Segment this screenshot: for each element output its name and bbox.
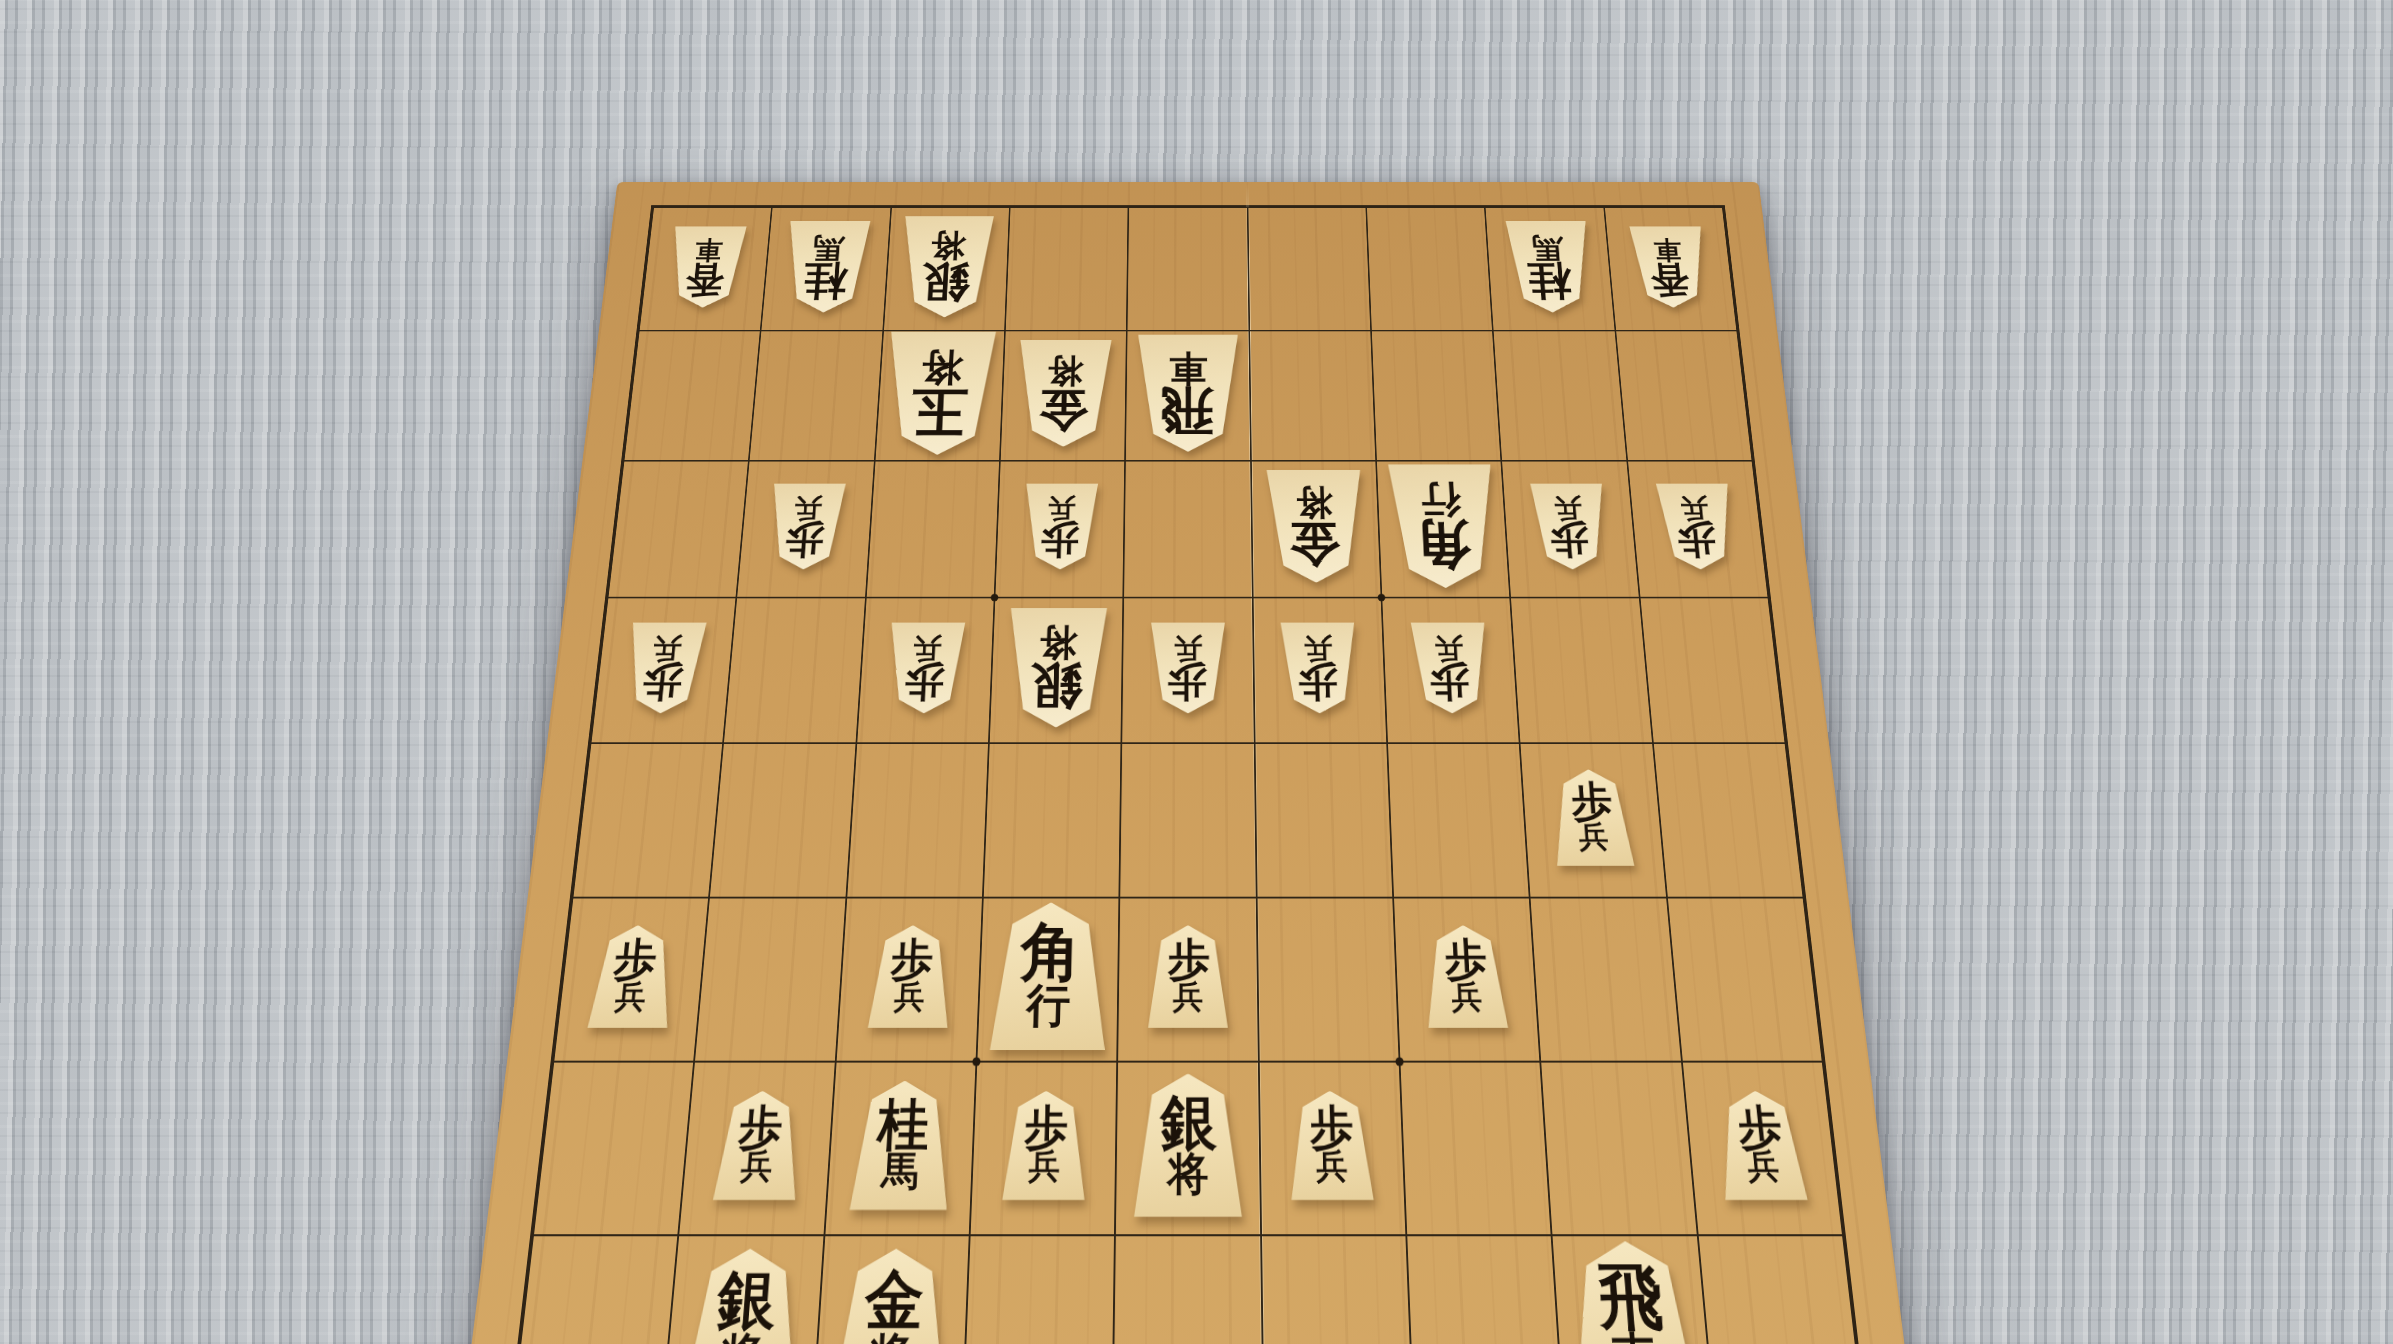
- piece-wrapper: 銀将: [679, 1249, 808, 1344]
- piece-kanji-top: 歩: [1024, 1106, 1067, 1150]
- piece-kanji-top: 金: [1039, 387, 1088, 431]
- piece-kanji-bottom: 兵: [1434, 636, 1464, 661]
- piece-kanji-bottom: 将: [921, 350, 963, 384]
- piece-kanji-bottom: 行: [1026, 985, 1071, 1027]
- piece-kanji-top: 香: [1651, 262, 1691, 295]
- square-8f[interactable]: [694, 897, 846, 1061]
- piece-wrapper: 歩兵: [884, 623, 968, 714]
- square-2h[interactable]: 飛車: [1552, 1236, 1714, 1344]
- piece-kanji-top: 歩: [1736, 1106, 1782, 1150]
- piece-wrapper: 桂馬: [780, 221, 873, 312]
- square-5g[interactable]: 銀将: [1115, 1061, 1261, 1235]
- square-2d[interactable]: [1510, 598, 1652, 743]
- piece-pawn-sente[interactable]: 歩兵: [585, 925, 680, 1028]
- piece-silver-gote[interactable]: 銀将: [1003, 608, 1110, 728]
- shogi-grid: 香車桂馬銀将桂馬香車玉将金将飛車歩兵歩兵金将角行歩兵歩兵歩兵歩兵銀将歩兵歩兵歩兵…: [485, 205, 1892, 1344]
- piece-kanji-bottom: 車: [693, 239, 723, 262]
- piece-kanji-top: 飛: [1162, 387, 1215, 435]
- piece-kanji-top: 銀: [1161, 1093, 1216, 1151]
- square-9a[interactable]: 香車: [639, 207, 772, 330]
- piece-kanji-top: 歩: [1678, 522, 1719, 557]
- piece-wrapper: 金将: [1264, 470, 1368, 583]
- square-2a[interactable]: 桂馬: [1485, 207, 1615, 330]
- piece-knight-gote[interactable]: 桂馬: [780, 221, 873, 312]
- square-1f[interactable]: [1667, 897, 1823, 1061]
- piece-pawn-sente[interactable]: 歩兵: [1421, 925, 1510, 1028]
- piece-pawn-gote[interactable]: 歩兵: [1021, 484, 1100, 570]
- square-3h[interactable]: [1406, 1236, 1564, 1344]
- piece-kanji-bottom: 行: [1420, 483, 1461, 517]
- piece-wrapper: 香車: [1627, 226, 1712, 307]
- square-6h[interactable]: [962, 1236, 1115, 1344]
- piece-wrapper: 金将: [1013, 340, 1114, 447]
- square-7e[interactable]: [846, 743, 989, 897]
- piece-wrapper: 歩兵: [620, 623, 709, 714]
- piece-kanji-top: 歩: [612, 939, 656, 981]
- piece-kanji-bottom: 兵: [1746, 1152, 1781, 1183]
- square-8d[interactable]: [723, 598, 865, 743]
- piece-kanji-bottom: 兵: [1028, 1152, 1060, 1183]
- square-8e[interactable]: [709, 743, 856, 897]
- square-4e[interactable]: [1254, 743, 1393, 897]
- piece-bishop-gote[interactable]: 角行: [1384, 464, 1501, 588]
- piece-kanji-bottom: 将: [931, 231, 967, 259]
- square-5a[interactable]: [1127, 207, 1249, 330]
- piece-kanji-top: 銀: [922, 261, 970, 303]
- piece-kanji-bottom: 将: [1167, 1154, 1208, 1194]
- piece-bishop-sente[interactable]: 角行: [986, 902, 1110, 1050]
- piece-wrapper: 角行: [1384, 464, 1501, 588]
- piece-wrapper: 桂馬: [1503, 221, 1596, 312]
- piece-pawn-gote[interactable]: 歩兵: [620, 623, 709, 714]
- square-8g[interactable]: 歩兵: [679, 1061, 836, 1235]
- piece-gold-gote[interactable]: 金将: [1013, 340, 1114, 447]
- square-6g[interactable]: 歩兵: [970, 1061, 1118, 1235]
- piece-pawn-gote[interactable]: 歩兵: [1148, 623, 1228, 714]
- square-4b[interactable]: [1249, 330, 1376, 460]
- square-1d[interactable]: [1639, 598, 1785, 743]
- square-4g[interactable]: 歩兵: [1259, 1061, 1407, 1235]
- piece-wrapper: 飛車: [1134, 334, 1243, 451]
- square-4a[interactable]: [1247, 207, 1371, 330]
- piece-kanji-bottom: 将: [868, 1334, 913, 1344]
- square-8c[interactable]: 歩兵: [737, 460, 875, 597]
- square-1e[interactable]: [1653, 743, 1804, 897]
- piece-kanji-top: 桂: [1528, 262, 1573, 300]
- piece-kanji-top: 歩: [1444, 939, 1486, 981]
- piece-wrapper: 金将: [829, 1249, 954, 1344]
- piece-pawn-sente[interactable]: 歩兵: [710, 1091, 805, 1200]
- piece-kanji-bottom: 兵: [1578, 824, 1610, 851]
- piece-kanji-top: 歩: [1551, 522, 1591, 557]
- square-2f[interactable]: [1530, 897, 1682, 1061]
- square-2g[interactable]: [1541, 1061, 1698, 1235]
- piece-wrapper: 歩兵: [1148, 623, 1228, 714]
- piece-wrapper: 歩兵: [1146, 925, 1231, 1028]
- piece-kanji-bottom: 将: [1047, 356, 1083, 385]
- piece-knight-gote[interactable]: 桂馬: [1503, 221, 1596, 312]
- piece-kanji-top: 歩: [1310, 1106, 1353, 1150]
- piece-pawn-gote[interactable]: 歩兵: [1528, 484, 1612, 570]
- square-7c[interactable]: [866, 460, 1000, 597]
- square-9c[interactable]: [608, 460, 749, 597]
- square-5b[interactable]: 飛車: [1125, 330, 1250, 460]
- piece-kanji-bottom: 車: [1653, 239, 1683, 262]
- piece-kanji-top: 歩: [1430, 663, 1470, 701]
- piece-pawn-gote[interactable]: 歩兵: [764, 484, 848, 570]
- piece-kanji-top: 飛: [1596, 1264, 1663, 1332]
- piece-kanji-bottom: 兵: [1451, 983, 1483, 1012]
- square-8b[interactable]: [749, 330, 883, 460]
- piece-wrapper: 銀将: [1131, 1074, 1246, 1217]
- piece-kanji-bottom: 兵: [793, 497, 822, 521]
- piece-wrapper: 飛車: [1562, 1241, 1704, 1344]
- piece-wrapper: 玉将: [880, 331, 999, 454]
- piece-kanji-bottom: 兵: [1173, 983, 1203, 1012]
- piece-lance-gote[interactable]: 香車: [664, 226, 749, 307]
- square-7d[interactable]: 歩兵: [856, 598, 994, 743]
- piece-pawn-sente[interactable]: 歩兵: [1287, 1091, 1377, 1200]
- piece-wrapper: 歩兵: [1528, 484, 1612, 570]
- square-6c[interactable]: 歩兵: [995, 460, 1126, 597]
- piece-kanji-top: 歩: [1300, 663, 1339, 701]
- square-7g[interactable]: 桂馬: [824, 1061, 976, 1235]
- square-4f[interactable]: [1256, 897, 1399, 1061]
- piece-kanji-bottom: 馬: [1531, 235, 1564, 260]
- piece-kanji-bottom: 馬: [812, 235, 845, 260]
- piece-gold-gote[interactable]: 金将: [1264, 470, 1368, 583]
- piece-wrapper: 歩兵: [764, 484, 848, 570]
- piece-kanji-top: 香: [685, 262, 725, 295]
- piece-wrapper: 歩兵: [1548, 769, 1637, 866]
- piece-kanji-bottom: 兵: [912, 636, 942, 661]
- piece-kanji-bottom: 馬: [881, 1153, 920, 1189]
- piece-rook-sente[interactable]: 飛車: [1562, 1241, 1704, 1344]
- piece-kanji-top: 歩: [890, 939, 932, 981]
- piece-kanji-bottom: 兵: [1680, 497, 1710, 521]
- square-9e[interactable]: [573, 743, 724, 897]
- piece-kanji-top: 歩: [786, 522, 826, 557]
- square-1g[interactable]: 歩兵: [1682, 1061, 1843, 1235]
- square-9f[interactable]: 歩兵: [553, 897, 709, 1061]
- square-1a[interactable]: 香車: [1604, 207, 1737, 330]
- square-8a[interactable]: 桂馬: [761, 207, 891, 330]
- piece-wrapper: 歩兵: [710, 1091, 805, 1200]
- square-6a[interactable]: [1005, 207, 1129, 330]
- square-3d[interactable]: 歩兵: [1381, 598, 1519, 743]
- square-8h[interactable]: 銀将: [662, 1236, 824, 1344]
- piece-wrapper: 歩兵: [1278, 623, 1360, 714]
- hoshi-dot: [1395, 1057, 1404, 1066]
- square-1b[interactable]: [1615, 330, 1752, 460]
- hoshi-dot: [1378, 594, 1386, 601]
- square-7a[interactable]: 銀将: [883, 207, 1010, 330]
- piece-wrapper: 歩兵: [585, 925, 680, 1028]
- piece-wrapper: 歩兵: [1287, 1091, 1377, 1200]
- piece-gold-sente[interactable]: 金将: [829, 1249, 954, 1344]
- square-3a[interactable]: [1366, 207, 1493, 330]
- piece-kanji-bottom: 将: [719, 1334, 765, 1344]
- piece-wrapper: 歩兵: [865, 925, 954, 1028]
- piece-wrapper: 歩兵: [1654, 484, 1740, 570]
- piece-kanji-top: 歩: [1169, 663, 1207, 701]
- square-4d[interactable]: 歩兵: [1252, 598, 1387, 743]
- piece-lance-gote[interactable]: 香車: [1627, 226, 1712, 307]
- square-6e[interactable]: [983, 743, 1122, 897]
- piece-rook-gote[interactable]: 飛車: [1134, 334, 1243, 451]
- piece-kanji-top: 歩: [906, 663, 946, 701]
- piece-wrapper: 歩兵: [1021, 484, 1100, 570]
- piece-kanji-top: 銀: [715, 1270, 776, 1332]
- tabletop-photo: { "game": "shogi", "scene": { "view": "o…: [0, 0, 2393, 1344]
- piece-pawn-sente[interactable]: 歩兵: [1000, 1091, 1090, 1200]
- piece-king-gote[interactable]: 玉将: [880, 331, 999, 454]
- piece-kanji-bottom: 兵: [1316, 1152, 1348, 1183]
- piece-kanji-bottom: 車: [1169, 352, 1208, 384]
- piece-knight-sente[interactable]: 桂馬: [846, 1081, 955, 1210]
- square-3b[interactable]: [1371, 330, 1501, 460]
- piece-kanji-bottom: 将: [1296, 487, 1333, 518]
- piece-kanji-top: 銀: [1031, 661, 1083, 710]
- board-scene: 香車桂馬銀将桂馬香車玉将金将飛車歩兵歩兵金将角行歩兵歩兵歩兵歩兵銀将歩兵歩兵歩兵…: [438, 18, 1938, 1344]
- piece-pawn-gote[interactable]: 歩兵: [1278, 623, 1360, 714]
- piece-kanji-bottom: 兵: [893, 983, 925, 1012]
- square-6f[interactable]: 角行: [976, 897, 1119, 1061]
- piece-wrapper: 角行: [986, 902, 1110, 1050]
- piece-wrapper: 桂馬: [846, 1081, 955, 1210]
- square-1c[interactable]: 歩兵: [1627, 460, 1768, 597]
- piece-wrapper: 歩兵: [1408, 623, 1492, 714]
- piece-wrapper: 香車: [664, 226, 749, 307]
- square-5e[interactable]: [1120, 743, 1257, 897]
- square-9g[interactable]: [533, 1061, 694, 1235]
- square-7f[interactable]: 歩兵: [835, 897, 982, 1061]
- piece-pawn-sente[interactable]: 歩兵: [1548, 769, 1637, 866]
- square-2b[interactable]: [1493, 330, 1627, 460]
- piece-wrapper: 歩兵: [1712, 1091, 1810, 1200]
- piece-kanji-top: 金: [1291, 520, 1341, 566]
- square-7h[interactable]: 金将: [812, 1236, 970, 1344]
- square-5c[interactable]: [1124, 460, 1253, 597]
- piece-kanji-top: 歩: [1570, 783, 1612, 822]
- square-3e[interactable]: [1387, 743, 1530, 897]
- square-2e[interactable]: 歩兵: [1520, 743, 1667, 897]
- piece-kanji-bottom: 兵: [740, 1152, 774, 1183]
- piece-kanji-bottom: 兵: [1304, 636, 1333, 661]
- shogi-board: 香車桂馬銀将桂馬香車玉将金将飛車歩兵歩兵金将角行歩兵歩兵歩兵歩兵銀将歩兵歩兵歩兵…: [428, 182, 1948, 1344]
- piece-silver-sente[interactable]: 銀将: [1131, 1074, 1246, 1217]
- piece-wrapper: 銀将: [896, 216, 997, 317]
- piece-pawn-gote[interactable]: 歩兵: [1408, 623, 1492, 714]
- piece-kanji-top: 玉: [911, 386, 969, 437]
- square-5f[interactable]: 歩兵: [1117, 897, 1258, 1061]
- piece-kanji-bottom: 兵: [651, 636, 682, 661]
- square-3g[interactable]: [1400, 1061, 1552, 1235]
- piece-kanji-top: 角: [1415, 520, 1471, 571]
- piece-kanji-top: 歩: [642, 663, 684, 701]
- square-6b[interactable]: 金将: [1000, 330, 1127, 460]
- square-9d[interactable]: 歩兵: [591, 598, 737, 743]
- piece-wrapper: 歩兵: [1421, 925, 1510, 1028]
- square-3f[interactable]: 歩兵: [1393, 897, 1540, 1061]
- piece-kanji-top: 角: [1020, 922, 1080, 982]
- piece-pawn-sente[interactable]: 歩兵: [1146, 925, 1231, 1028]
- square-6d[interactable]: 銀将: [989, 598, 1124, 743]
- piece-kanji-bottom: 車: [1609, 1335, 1659, 1344]
- piece-kanji-bottom: 兵: [1553, 497, 1582, 521]
- piece-silver-sente[interactable]: 銀将: [679, 1249, 808, 1344]
- piece-kanji-top: 金: [864, 1270, 924, 1332]
- piece-kanji-top: 桂: [803, 262, 848, 300]
- piece-kanji-bottom: 将: [1039, 626, 1077, 659]
- square-4h[interactable]: [1261, 1236, 1414, 1344]
- piece-pawn-sente[interactable]: 歩兵: [865, 925, 954, 1028]
- piece-wrapper: 歩兵: [1000, 1091, 1090, 1200]
- piece-silver-gote[interactable]: 銀将: [896, 216, 997, 317]
- square-9h[interactable]: [511, 1236, 678, 1344]
- square-9b[interactable]: [624, 330, 761, 460]
- square-5d[interactable]: 歩兵: [1122, 598, 1255, 743]
- square-4c[interactable]: 金将: [1251, 460, 1382, 597]
- piece-pawn-sente[interactable]: 歩兵: [1712, 1091, 1810, 1200]
- piece-wrapper: 銀将: [1003, 608, 1110, 728]
- square-7b[interactable]: 玉将: [874, 330, 1004, 460]
- piece-kanji-bottom: 兵: [1174, 636, 1202, 661]
- piece-kanji-top: 歩: [1168, 939, 1208, 981]
- piece-kanji-top: 歩: [737, 1106, 782, 1150]
- piece-kanji-top: 歩: [1042, 522, 1080, 557]
- piece-kanji-bottom: 兵: [1047, 497, 1075, 521]
- square-3c[interactable]: 角行: [1376, 460, 1510, 597]
- square-5h[interactable]: [1113, 1236, 1263, 1344]
- piece-pawn-gote[interactable]: 歩兵: [1654, 484, 1740, 570]
- square-2c[interactable]: 歩兵: [1502, 460, 1640, 597]
- piece-pawn-gote[interactable]: 歩兵: [884, 623, 968, 714]
- piece-kanji-bottom: 兵: [614, 983, 647, 1012]
- square-1h[interactable]: [1697, 1236, 1864, 1344]
- piece-kanji-top: 桂: [877, 1098, 929, 1150]
